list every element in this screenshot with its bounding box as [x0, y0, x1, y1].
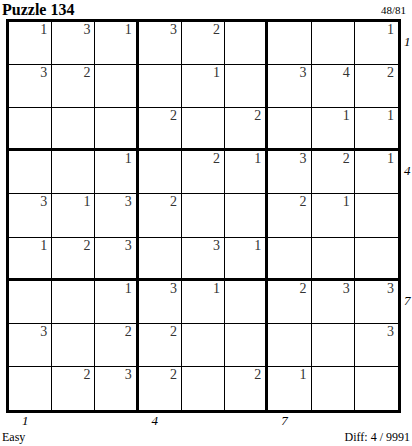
cell-r1c5[interactable]: 2: [182, 22, 225, 65]
cell-r9c9[interactable]: [355, 367, 398, 410]
cell-r2c4[interactable]: [139, 65, 182, 108]
cell-r3c4[interactable]: 2: [139, 108, 182, 151]
cell-r9c3[interactable]: 3: [95, 367, 138, 410]
cell-r1c7[interactable]: [268, 22, 311, 65]
cell-r5c6[interactable]: [225, 194, 268, 237]
row-label-1: 1: [404, 35, 411, 49]
cell-r4c1[interactable]: [9, 151, 52, 194]
diff-rank-label: Diff: 4 / 9991: [345, 430, 410, 445]
col-label-4: 4: [152, 414, 159, 428]
cell-r6c1[interactable]: 1: [9, 238, 52, 281]
cell-r1c8[interactable]: [312, 22, 355, 65]
cell-r9c8[interactable]: [312, 367, 355, 410]
cell-r4c5[interactable]: 2: [182, 151, 225, 194]
cell-r7c3[interactable]: 1: [95, 281, 138, 324]
cell-r5c3[interactable]: 3: [95, 194, 138, 237]
cell-r1c9[interactable]: 1: [355, 22, 398, 65]
cell-r4c9[interactable]: 1: [355, 151, 398, 194]
puzzle-board: 1313213213422211121321313221123311312333…: [6, 19, 401, 413]
cell-r5c9[interactable]: [355, 194, 398, 237]
cell-r4c6[interactable]: 1: [225, 151, 268, 194]
clue-count-label: 48/81: [381, 4, 406, 16]
cell-r8c2[interactable]: [52, 324, 95, 367]
cell-r2c2[interactable]: 2: [52, 65, 95, 108]
cell-r9c2[interactable]: 2: [52, 367, 95, 410]
cell-r2c9[interactable]: 2: [355, 65, 398, 108]
cell-r8c6[interactable]: [225, 324, 268, 367]
cell-r7c8[interactable]: 3: [312, 281, 355, 324]
cell-r2c7[interactable]: 3: [268, 65, 311, 108]
cell-r8c9[interactable]: 3: [355, 324, 398, 367]
cell-r5c7[interactable]: 2: [268, 194, 311, 237]
difficulty-label: Easy: [2, 430, 25, 445]
cell-r5c2[interactable]: 1: [52, 194, 95, 237]
cell-r3c3[interactable]: [95, 108, 138, 151]
cell-r7c7[interactable]: 2: [268, 281, 311, 324]
cell-r4c8[interactable]: 2: [312, 151, 355, 194]
cell-r3c1[interactable]: [9, 108, 52, 151]
cell-r7c2[interactable]: [52, 281, 95, 324]
cell-r7c1[interactable]: [9, 281, 52, 324]
cell-r9c5[interactable]: [182, 367, 225, 410]
cell-r6c2[interactable]: 2: [52, 238, 95, 281]
puzzle-page: Puzzle 134 48/81 13132132134222111213213…: [0, 0, 412, 446]
cell-r1c4[interactable]: 3: [139, 22, 182, 65]
col-label-1: 1: [22, 414, 29, 428]
cell-r3c5[interactable]: [182, 108, 225, 151]
cell-r8c8[interactable]: [312, 324, 355, 367]
cell-r8c5[interactable]: [182, 324, 225, 367]
puzzle-title: Puzzle 134: [2, 1, 74, 19]
cell-r1c2[interactable]: 3: [52, 22, 95, 65]
row-label-7: 7: [404, 294, 411, 308]
cell-r6c8[interactable]: [312, 238, 355, 281]
cell-r5c4[interactable]: 2: [139, 194, 182, 237]
cell-r7c4[interactable]: 3: [139, 281, 182, 324]
cell-r4c2[interactable]: [52, 151, 95, 194]
cell-r1c3[interactable]: 1: [95, 22, 138, 65]
cell-r8c3[interactable]: 2: [95, 324, 138, 367]
col-label-7: 7: [281, 414, 288, 428]
cell-r3c6[interactable]: 2: [225, 108, 268, 151]
cell-r5c8[interactable]: 1: [312, 194, 355, 237]
cell-r8c1[interactable]: 3: [9, 324, 52, 367]
cell-r6c9[interactable]: [355, 238, 398, 281]
cell-r9c4[interactable]: 2: [139, 367, 182, 410]
cell-r4c3[interactable]: 1: [95, 151, 138, 194]
cell-r7c6[interactable]: [225, 281, 268, 324]
cell-r6c7[interactable]: [268, 238, 311, 281]
cell-r1c1[interactable]: 1: [9, 22, 52, 65]
cell-r3c2[interactable]: [52, 108, 95, 151]
cell-r3c7[interactable]: [268, 108, 311, 151]
cell-r3c8[interactable]: 1: [312, 108, 355, 151]
cell-r9c6[interactable]: 2: [225, 367, 268, 410]
cell-r2c6[interactable]: [225, 65, 268, 108]
cell-r9c7[interactable]: 1: [268, 367, 311, 410]
cell-r4c7[interactable]: 3: [268, 151, 311, 194]
cell-r6c6[interactable]: 1: [225, 238, 268, 281]
cell-r2c1[interactable]: 3: [9, 65, 52, 108]
cell-r3c9[interactable]: 1: [355, 108, 398, 151]
row-label-4: 4: [404, 164, 411, 178]
cell-r8c4[interactable]: 2: [139, 324, 182, 367]
cell-r6c3[interactable]: 3: [95, 238, 138, 281]
cell-r7c9[interactable]: 3: [355, 281, 398, 324]
cell-r8c7[interactable]: [268, 324, 311, 367]
cell-r5c5[interactable]: [182, 194, 225, 237]
cell-r6c5[interactable]: 3: [182, 238, 225, 281]
cell-r5c1[interactable]: 3: [9, 194, 52, 237]
cell-r6c4[interactable]: [139, 238, 182, 281]
cell-r2c3[interactable]: [95, 65, 138, 108]
cell-r9c1[interactable]: [9, 367, 52, 410]
cell-r2c5[interactable]: 1: [182, 65, 225, 108]
cell-r2c8[interactable]: 4: [312, 65, 355, 108]
cell-r7c5[interactable]: 1: [182, 281, 225, 324]
cell-r4c4[interactable]: [139, 151, 182, 194]
cell-r1c6[interactable]: [225, 22, 268, 65]
